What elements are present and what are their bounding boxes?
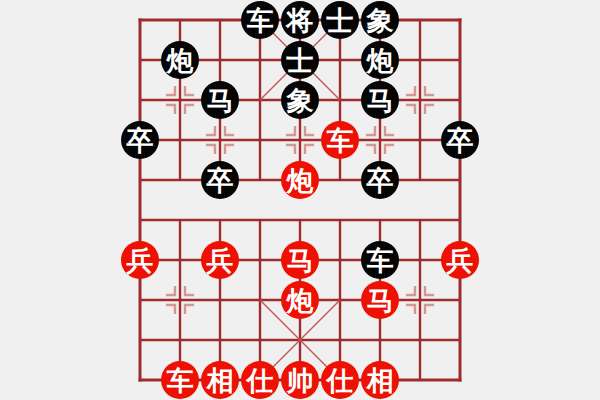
- piece-red-chariot[interactable]: 车: [161, 361, 199, 399]
- board-point-3-6[interactable]: [240, 240, 280, 280]
- board-point-1-4[interactable]: [160, 160, 200, 200]
- board-point-8-8[interactable]: [440, 320, 480, 360]
- piece-black-soldier[interactable]: 卒: [361, 161, 399, 199]
- piece-black-advisor[interactable]: 士: [281, 41, 319, 79]
- board-point-3-2[interactable]: [240, 80, 280, 120]
- piece-red-cannon[interactable]: 炮: [281, 161, 319, 199]
- board-point-4-3[interactable]: [280, 120, 320, 160]
- board-point-8-9[interactable]: [440, 360, 480, 400]
- board-point-0-1[interactable]: [120, 40, 160, 80]
- piece-black-soldier[interactable]: 卒: [201, 161, 239, 199]
- board-point-8-4[interactable]: [440, 160, 480, 200]
- board-point-0-9[interactable]: [120, 360, 160, 400]
- board-point-1-5[interactable]: [160, 200, 200, 240]
- piece-black-soldier[interactable]: 卒: [441, 121, 479, 159]
- board-point-1-8[interactable]: [160, 320, 200, 360]
- piece-red-soldier[interactable]: 兵: [121, 241, 159, 279]
- board-point-2-0[interactable]: [200, 0, 240, 40]
- board-point-5-7[interactable]: [320, 280, 360, 320]
- board-point-7-8[interactable]: [400, 320, 440, 360]
- board-point-5-8[interactable]: [320, 320, 360, 360]
- board-point-3-5[interactable]: [240, 200, 280, 240]
- board-point-8-2[interactable]: [440, 80, 480, 120]
- piece-red-advisor[interactable]: 仕: [241, 361, 279, 399]
- board-point-4-5[interactable]: [280, 200, 320, 240]
- board-point-0-2[interactable]: [120, 80, 160, 120]
- board-point-2-3[interactable]: [200, 120, 240, 160]
- board-point-2-7[interactable]: [200, 280, 240, 320]
- board-point-1-7[interactable]: [160, 280, 200, 320]
- piece-black-horse[interactable]: 马: [201, 81, 239, 119]
- piece-red-chariot[interactable]: 车: [321, 121, 359, 159]
- piece-red-general[interactable]: 帅: [281, 361, 319, 399]
- piece-black-soldier[interactable]: 卒: [121, 121, 159, 159]
- piece-red-soldier[interactable]: 兵: [201, 241, 239, 279]
- piece-red-soldier[interactable]: 兵: [441, 241, 479, 279]
- piece-black-chariot[interactable]: 车: [241, 1, 279, 39]
- piece-black-horse[interactable]: 马: [361, 81, 399, 119]
- piece-black-elephant[interactable]: 象: [361, 1, 399, 39]
- piece-red-horse[interactable]: 马: [281, 241, 319, 279]
- piece-red-cannon[interactable]: 炮: [281, 281, 319, 319]
- board-point-2-8[interactable]: [200, 320, 240, 360]
- board-point-0-0[interactable]: [120, 0, 160, 40]
- board-point-1-3[interactable]: [160, 120, 200, 160]
- board-point-1-6[interactable]: [160, 240, 200, 280]
- board-point-7-1[interactable]: [400, 40, 440, 80]
- board-point-5-1[interactable]: [320, 40, 360, 80]
- board-point-7-4[interactable]: [400, 160, 440, 200]
- piece-red-horse[interactable]: 马: [361, 281, 399, 319]
- piece-black-elephant[interactable]: 象: [281, 81, 319, 119]
- board-point-2-5[interactable]: [200, 200, 240, 240]
- board-point-0-8[interactable]: [120, 320, 160, 360]
- piece-red-advisor[interactable]: 仕: [321, 361, 359, 399]
- board-point-7-7[interactable]: [400, 280, 440, 320]
- piece-red-elephant[interactable]: 相: [361, 361, 399, 399]
- xiangqi-board-screen: 车将士象炮士炮马象马卒车卒卒炮卒兵兵马车兵炮马车相仕帅仕相: [0, 0, 600, 400]
- board-point-7-3[interactable]: [400, 120, 440, 160]
- piece-black-chariot[interactable]: 车: [361, 241, 399, 279]
- board-point-5-5[interactable]: [320, 200, 360, 240]
- board-point-8-1[interactable]: [440, 40, 480, 80]
- board-point-4-8[interactable]: [280, 320, 320, 360]
- board-point-6-8[interactable]: [360, 320, 400, 360]
- board-point-3-1[interactable]: [240, 40, 280, 80]
- board-point-7-9[interactable]: [400, 360, 440, 400]
- board-point-5-6[interactable]: [320, 240, 360, 280]
- piece-black-general[interactable]: 将: [281, 1, 319, 39]
- board-point-7-5[interactable]: [400, 200, 440, 240]
- board-point-1-0[interactable]: [160, 0, 200, 40]
- board-point-5-4[interactable]: [320, 160, 360, 200]
- board-point-6-3[interactable]: [360, 120, 400, 160]
- piece-black-advisor[interactable]: 士: [321, 1, 359, 39]
- board-point-3-7[interactable]: [240, 280, 280, 320]
- board-point-7-2[interactable]: [400, 80, 440, 120]
- board-point-5-2[interactable]: [320, 80, 360, 120]
- piece-black-cannon[interactable]: 炮: [361, 41, 399, 79]
- board-point-8-7[interactable]: [440, 280, 480, 320]
- board-point-0-4[interactable]: [120, 160, 160, 200]
- board-point-7-0[interactable]: [400, 0, 440, 40]
- piece-black-cannon[interactable]: 炮: [161, 41, 199, 79]
- board-point-1-2[interactable]: [160, 80, 200, 120]
- board-point-2-1[interactable]: [200, 40, 240, 80]
- xiangqi-board[interactable]: 车将士象炮士炮马象马卒车卒卒炮卒兵兵马车兵炮马车相仕帅仕相: [120, 0, 480, 400]
- board-point-3-4[interactable]: [240, 160, 280, 200]
- board-point-6-5[interactable]: [360, 200, 400, 240]
- board-point-0-7[interactable]: [120, 280, 160, 320]
- board-point-8-0[interactable]: [440, 0, 480, 40]
- board-point-8-5[interactable]: [440, 200, 480, 240]
- board-point-7-6[interactable]: [400, 240, 440, 280]
- piece-red-elephant[interactable]: 相: [201, 361, 239, 399]
- board-point-3-8[interactable]: [240, 320, 280, 360]
- board-point-3-3[interactable]: [240, 120, 280, 160]
- board-point-0-5[interactable]: [120, 200, 160, 240]
